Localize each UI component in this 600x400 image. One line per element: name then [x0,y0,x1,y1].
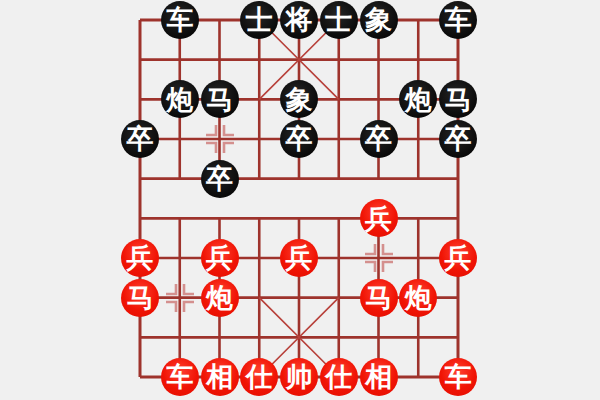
piece-red-advisor[interactable]: 仕 [320,358,358,396]
piece-red-cannon[interactable]: 炮 [201,279,239,317]
piece-black-horse[interactable]: 马 [439,80,477,118]
piece-red-elephant[interactable]: 相 [201,358,239,396]
piece-black-soldier[interactable]: 卒 [280,120,318,158]
piece-red-cannon[interactable]: 炮 [399,279,437,317]
piece-black-advisor[interactable]: 士 [320,1,358,39]
piece-red-chariot[interactable]: 车 [161,358,199,396]
piece-red-soldier[interactable]: 兵 [201,239,239,277]
piece-black-cannon[interactable]: 炮 [399,80,437,118]
piece-red-horse[interactable]: 马 [121,279,159,317]
xiangqi-board[interactable]: 车士将士象车炮马象炮马卒卒卒卒卒兵兵兵兵兵马炮马炮车相仕帅仕相车 [120,0,478,397]
piece-red-soldier[interactable]: 兵 [439,239,477,277]
piece-red-soldier[interactable]: 兵 [121,239,159,277]
piece-red-advisor[interactable]: 仕 [240,358,278,396]
last-move-marker [165,283,195,313]
last-move-marker [364,243,394,273]
xiangqi-app: 车士将士象车炮马象炮马卒卒卒卒卒兵兵兵兵兵马炮马炮车相仕帅仕相车 [0,0,600,400]
piece-black-soldier[interactable]: 卒 [360,120,398,158]
piece-black-advisor[interactable]: 士 [240,1,278,39]
piece-black-horse[interactable]: 马 [201,80,239,118]
piece-black-soldier[interactable]: 卒 [121,120,159,158]
piece-black-chariot[interactable]: 车 [439,1,477,39]
piece-black-chariot[interactable]: 车 [161,1,199,39]
piece-black-elephant[interactable]: 象 [280,80,318,118]
piece-red-chariot[interactable]: 车 [439,358,477,396]
piece-red-elephant[interactable]: 相 [360,358,398,396]
piece-red-horse[interactable]: 马 [360,279,398,317]
piece-black-soldier[interactable]: 卒 [201,160,239,198]
piece-black-general[interactable]: 将 [280,1,318,39]
piece-black-cannon[interactable]: 炮 [161,80,199,118]
piece-red-soldier[interactable]: 兵 [360,199,398,237]
piece-black-elephant[interactable]: 象 [360,1,398,39]
last-move-marker [205,124,235,154]
piece-red-general[interactable]: 帅 [280,358,318,396]
piece-red-soldier[interactable]: 兵 [280,239,318,277]
piece-black-soldier[interactable]: 卒 [439,120,477,158]
